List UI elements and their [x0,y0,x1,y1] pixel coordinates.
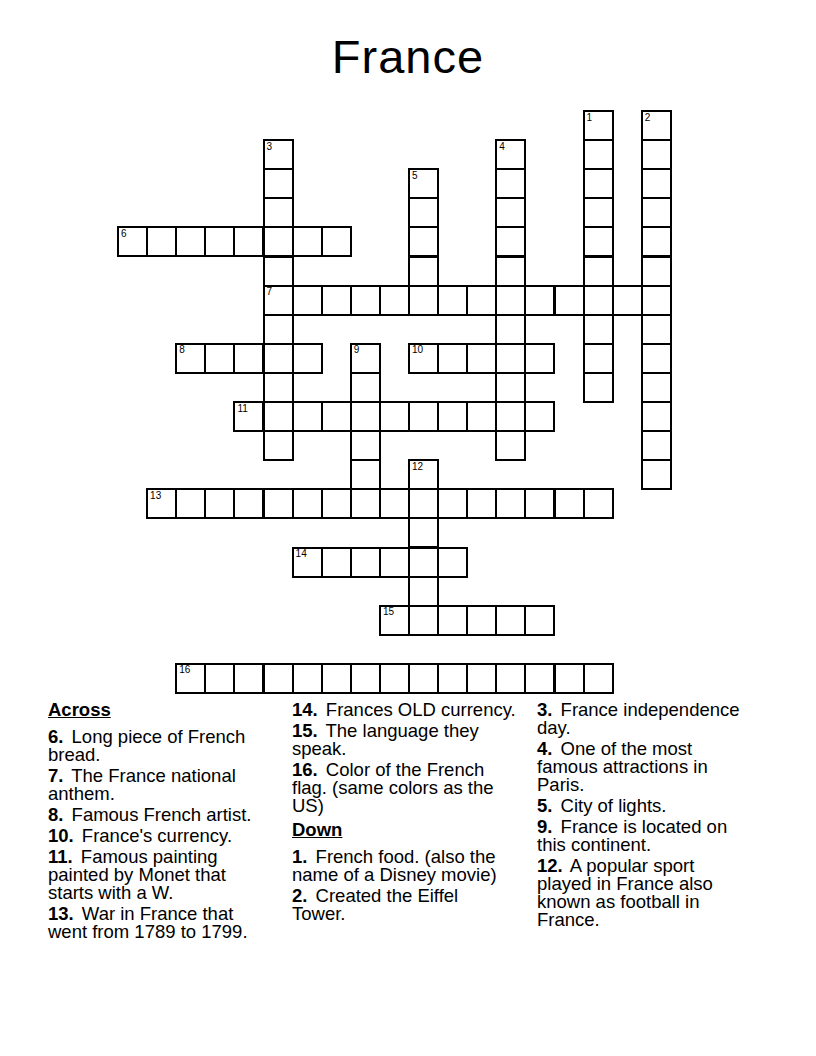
clue-text: War in France that went from 1789 to 179… [48,903,248,942]
clue-text: The language they speak. [292,720,479,759]
cell-r4c1[interactable] [146,226,177,257]
cell-r5c13[interactable] [495,256,526,287]
clue-column-3: 3. France independence day.4. One of the… [537,701,787,932]
cell-r6c13[interactable] [495,285,526,316]
cell-r8c12[interactable] [466,343,497,374]
cell-r3c13[interactable] [495,197,526,228]
page-title: France [0,33,816,80]
cell-r19c10[interactable] [408,663,439,694]
cell-r1c5[interactable]: 3 [263,139,294,170]
clue-text: A popular sport played in France also kn… [537,855,713,930]
cell-r13c12[interactable] [466,488,497,519]
cell-r3c10[interactable] [408,197,439,228]
crossword-board: 12345678910111213141516 [117,110,673,695]
clue-8: 8. Famous French artist. [48,806,298,824]
clue-text: Famous painting painted by Monet that st… [48,846,226,903]
cell-r15c8[interactable] [350,547,381,578]
cell-r19c9[interactable] [379,663,410,694]
cell-r6c6[interactable] [292,285,323,316]
cell-r16c10[interactable] [408,576,439,607]
cell-number-15: 15 [383,607,394,617]
cell-r19c6[interactable] [292,663,323,694]
cell-number-13: 13 [150,491,161,501]
cell-r4c5[interactable] [263,226,294,257]
cell-r2c10[interactable]: 5 [408,168,439,199]
cell-r4c6[interactable] [292,226,323,257]
cell-r15c10[interactable] [408,547,439,578]
cell-r10c11[interactable] [437,401,468,432]
cell-r0c18[interactable]: 2 [641,110,672,141]
cell-r9c13[interactable] [495,372,526,403]
cell-r13c2[interactable] [175,488,206,519]
cell-r8c18[interactable] [641,343,672,374]
cell-r19c14[interactable] [524,663,555,694]
clue-5: 5. City of lights. [537,797,787,815]
cell-r19c7[interactable] [321,663,352,694]
clue-12: 12. A popular sport played in France als… [537,857,787,929]
clue-text: Long piece of French bread. [48,726,245,765]
clue-text: France independence day. [537,699,740,738]
cell-r10c7[interactable] [321,401,352,432]
cell-r4c3[interactable] [204,226,235,257]
cell-r12c8[interactable] [350,459,381,490]
cell-r19c13[interactable] [495,663,526,694]
cell-r13c11[interactable] [437,488,468,519]
clue-7: 7. The France national anthem. [48,767,298,803]
cell-r8c11[interactable] [437,343,468,374]
clue-text: Famous French artist. [72,804,252,825]
cell-r10c9[interactable] [379,401,410,432]
cell-r11c8[interactable] [350,430,381,461]
clues-down-header: Down [292,821,542,839]
cell-r9c18[interactable] [641,372,672,403]
cell-r8c14[interactable] [524,343,555,374]
cell-r13c1[interactable]: 13 [146,488,177,519]
cell-number-2: 2 [645,113,651,123]
cell-r15c6[interactable]: 14 [292,547,323,578]
clue-text: One of the most famous attractions in Pa… [537,738,708,795]
cell-r3c5[interactable] [263,197,294,228]
cell-r4c0[interactable]: 6 [117,226,148,257]
cell-r5c10[interactable] [408,256,439,287]
cell-number-9: 9 [354,345,360,355]
cell-r15c9[interactable] [379,547,410,578]
cell-number-4: 4 [499,142,505,152]
cell-r1c13[interactable]: 4 [495,139,526,170]
cell-r13c4[interactable] [233,488,264,519]
cell-r11c13[interactable] [495,430,526,461]
cell-number-8: 8 [179,345,185,355]
cell-r2c16[interactable] [583,168,614,199]
clue-text: French food. (also the name of a Disney … [292,846,497,885]
cell-r5c16[interactable] [583,256,614,287]
cell-r19c4[interactable] [233,663,264,694]
clue-text: France's currency. [82,825,232,846]
cell-r6c11[interactable] [437,285,468,316]
clues-across-header: Across [48,701,298,719]
cell-r17c10[interactable] [408,605,439,636]
cell-r10c4[interactable]: 11 [233,401,264,432]
cell-r13c14[interactable] [524,488,555,519]
cell-r6c12[interactable] [466,285,497,316]
cell-r10c8[interactable] [350,401,381,432]
cell-number-5: 5 [412,171,418,181]
cell-r10c5[interactable] [263,401,294,432]
clue-text: City of lights. [561,795,667,816]
cell-r13c8[interactable] [350,488,381,519]
cell-r9c16[interactable] [583,372,614,403]
cell-r13c3[interactable] [204,488,235,519]
cell-r13c15[interactable] [554,488,585,519]
cell-r4c7[interactable] [321,226,352,257]
cell-r8c13[interactable] [495,343,526,374]
cell-r8c3[interactable] [204,343,235,374]
cell-r4c4[interactable] [233,226,264,257]
cell-r19c2[interactable]: 16 [175,663,206,694]
clue-11: 11. Famous painting painted by Monet tha… [48,848,298,902]
cell-r3c16[interactable] [583,197,614,228]
cell-r13c13[interactable] [495,488,526,519]
clue-text: The France national anthem. [48,765,236,804]
cell-r13c9[interactable] [379,488,410,519]
cell-number-14: 14 [296,549,307,559]
clue-3: 3. France independence day. [537,701,787,737]
cell-r19c11[interactable] [437,663,468,694]
cell-r6c16[interactable] [583,285,614,316]
clue-text: France is located on this continent. [537,816,727,855]
clue-9: 9. France is located on this continent. [537,818,787,854]
cell-r6c9[interactable] [379,285,410,316]
cell-r17c9[interactable]: 15 [379,605,410,636]
clue-column-2: 14. Frances OLD currency.15. The languag… [292,701,542,926]
clue-4: 4. One of the most famous attractions in… [537,740,787,794]
clue-16: 16. Color of the French flag. (same colo… [292,761,542,815]
cell-number-10: 10 [412,345,423,355]
cell-r2c5[interactable] [263,168,294,199]
cell-r4c13[interactable] [495,226,526,257]
cell-r10c10[interactable] [408,401,439,432]
cell-r4c2[interactable] [175,226,206,257]
cell-r7c5[interactable] [263,314,294,345]
clue-6: 6. Long piece of French bread. [48,728,298,764]
cell-r8c6[interactable] [292,343,323,374]
cell-r10c14[interactable] [524,401,555,432]
cell-r11c18[interactable] [641,430,672,461]
clue-2: 2. Created the Eiffel Tower. [292,887,542,923]
cell-r2c18[interactable] [641,168,672,199]
cell-r2c13[interactable] [495,168,526,199]
cell-r19c12[interactable] [466,663,497,694]
cell-r6c18[interactable] [641,285,672,316]
cell-r13c16[interactable] [583,488,614,519]
cell-r6c15[interactable] [554,285,585,316]
cell-r15c7[interactable] [321,547,352,578]
cell-r12c18[interactable] [641,459,672,490]
cell-r3c18[interactable] [641,197,672,228]
cell-r9c8[interactable] [350,372,381,403]
cell-r6c7[interactable] [321,285,352,316]
cell-r19c16[interactable] [583,663,614,694]
cell-number-3: 3 [267,142,273,152]
clue-text: Frances OLD currency. [326,699,516,720]
cell-r8c16[interactable] [583,343,614,374]
cell-r10c6[interactable] [292,401,323,432]
cell-r7c16[interactable] [583,314,614,345]
cell-r12c10[interactable]: 12 [408,459,439,490]
clue-15: 15. The language they speak. [292,722,542,758]
cell-r13c7[interactable] [321,488,352,519]
clue-text: Color of the French flag. (same colors a… [292,759,494,816]
clue-number: 10. [48,825,74,846]
cell-r13c6[interactable] [292,488,323,519]
cell-r19c8[interactable] [350,663,381,694]
cell-r5c18[interactable] [641,256,672,287]
clue-number: 5. [537,795,552,816]
clue-column-1: Across6. Long piece of French bread.7. T… [48,701,298,944]
cell-r5c5[interactable] [263,256,294,287]
cell-r8c4[interactable] [233,343,264,374]
cell-r10c18[interactable] [641,401,672,432]
cell-number-7: 7 [267,287,273,297]
cell-r8c5[interactable] [263,343,294,374]
cell-r17c13[interactable] [495,605,526,636]
cell-number-11: 11 [237,404,247,414]
clue-13: 13. War in France that went from 1789 to… [48,905,298,941]
crossword-page: France 12345678910111213141516 Across6. … [0,0,816,1056]
cell-r8c10[interactable]: 10 [408,343,439,374]
cell-r10c12[interactable] [466,401,497,432]
cell-r6c14[interactable] [524,285,555,316]
cell-r17c14[interactable] [524,605,555,636]
cell-r10c13[interactable] [495,401,526,432]
cell-r6c5[interactable]: 7 [263,285,294,316]
cell-r1c16[interactable] [583,139,614,170]
clue-number: 8. [48,804,63,825]
cell-r6c10[interactable] [408,285,439,316]
cell-r4c16[interactable] [583,226,614,257]
cell-r17c12[interactable] [466,605,497,636]
cell-number-6: 6 [121,229,127,239]
cell-r7c13[interactable] [495,314,526,345]
cell-r0c16[interactable]: 1 [583,110,614,141]
cell-r17c11[interactable] [437,605,468,636]
clue-text: Created the Eiffel Tower. [292,885,458,924]
cell-r4c18[interactable] [641,226,672,257]
clue-14: 14. Frances OLD currency. [292,701,542,719]
clue-number: 14. [292,699,318,720]
cell-number-12: 12 [412,462,423,472]
cell-r11c5[interactable] [263,430,294,461]
cell-r13c10[interactable] [408,488,439,519]
cell-r4c10[interactable] [408,226,439,257]
cell-r8c2[interactable]: 8 [175,343,206,374]
cell-r7c18[interactable] [641,314,672,345]
cell-number-16: 16 [179,665,190,675]
cell-r6c8[interactable] [350,285,381,316]
cell-r8c8[interactable]: 9 [350,343,381,374]
cell-r1c18[interactable] [641,139,672,170]
cell-r19c15[interactable] [554,663,585,694]
clue-10: 10. France's currency. [48,827,298,845]
cell-number-1: 1 [587,113,593,123]
cell-r19c5[interactable] [263,663,294,694]
cell-r14c10[interactable] [408,517,439,548]
clue-1: 1. French food. (also the name of a Disn… [292,848,542,884]
cell-r19c3[interactable] [204,663,235,694]
cell-r6c17[interactable] [612,285,643,316]
cell-r15c11[interactable] [437,547,468,578]
cell-r13c5[interactable] [263,488,294,519]
cell-r9c5[interactable] [263,372,294,403]
